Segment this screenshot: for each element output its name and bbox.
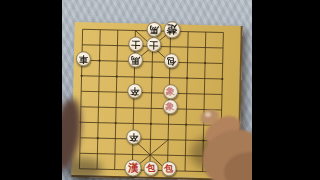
piece-character: 漢 (128, 163, 139, 174)
piece-han-cannon[interactable]: 包 (161, 161, 176, 176)
piece-cho-chariot[interactable]: 車 (75, 51, 90, 66)
letterbox-left (0, 0, 62, 180)
piece-cho-cannon[interactable]: 包 (163, 53, 178, 68)
piece-han-elephant[interactable]: 象 (163, 84, 178, 99)
piece-han-elephant[interactable]: 象 (162, 99, 177, 114)
photo-area: 車馬楚士士馬包卒卒象象漢包包 (62, 0, 252, 180)
piece-character: 象 (165, 102, 174, 111)
letterbox-right (252, 0, 320, 180)
piece-han-cannon[interactable]: 包 (143, 161, 158, 176)
piece-character: 士 (149, 40, 158, 49)
piece-character: 卒 (130, 86, 139, 95)
piece-cho-general[interactable]: 楚 (163, 21, 180, 38)
piece-character: 馬 (131, 55, 140, 64)
piece-cho-guard[interactable]: 士 (146, 37, 161, 52)
piece-character: 車 (78, 54, 87, 63)
piece-character: 包 (146, 164, 155, 173)
piece-character: 楚 (166, 24, 177, 35)
piece-character: 卒 (129, 132, 138, 141)
piece-cho-soldier[interactable]: 卒 (127, 83, 142, 98)
fingernail (205, 112, 211, 117)
piece-character: 士 (131, 39, 140, 48)
piece-character: 馬 (149, 24, 158, 33)
piece-cho-horse[interactable]: 馬 (146, 21, 161, 36)
piece-character: 包 (166, 56, 175, 65)
piece-character: 包 (164, 164, 173, 173)
video-frame: 車馬楚士士馬包卒卒象象漢包包 (0, 0, 320, 180)
piece-character: 象 (166, 87, 175, 96)
piece-cho-horse[interactable]: 馬 (128, 52, 143, 67)
